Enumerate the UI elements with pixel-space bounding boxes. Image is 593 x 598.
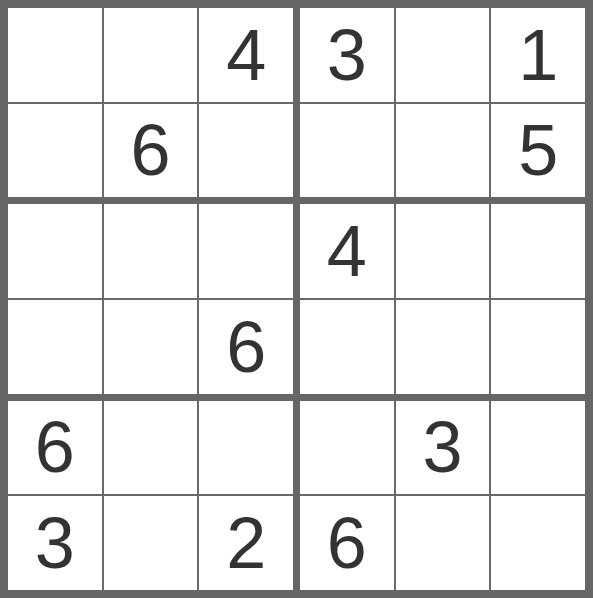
cell-r2c2[interactable]: 6 <box>104 104 198 198</box>
cell-r4c5[interactable] <box>396 300 490 394</box>
sudoku-board: 46 315 6 4 632 36 <box>0 0 593 598</box>
box-r3c2: 36 <box>300 401 585 590</box>
cell-r3c6[interactable] <box>491 204 585 298</box>
cell-r1c5[interactable] <box>396 8 490 102</box>
cell-r6c3[interactable]: 2 <box>199 496 293 590</box>
cell-r2c5[interactable] <box>396 104 490 198</box>
cell-r2c6[interactable]: 5 <box>491 104 585 198</box>
cell-r6c1[interactable]: 3 <box>8 496 102 590</box>
cell-r4c6[interactable] <box>491 300 585 394</box>
cell-r3c4[interactable]: 4 <box>300 204 394 298</box>
cell-r3c5[interactable] <box>396 204 490 298</box>
cell-r5c5[interactable]: 3 <box>396 401 490 495</box>
cell-r4c1[interactable] <box>8 300 102 394</box>
box-r2c1: 6 <box>8 204 293 393</box>
cell-r4c3[interactable]: 6 <box>199 300 293 394</box>
cell-r6c5[interactable] <box>396 496 490 590</box>
cell-r3c1[interactable] <box>8 204 102 298</box>
cell-r5c4[interactable] <box>300 401 394 495</box>
cell-r4c4[interactable] <box>300 300 394 394</box>
cell-r5c3[interactable] <box>199 401 293 495</box>
box-r3c1: 632 <box>8 401 293 590</box>
cell-r3c2[interactable] <box>104 204 198 298</box>
box-r2c2: 4 <box>300 204 585 393</box>
cell-r3c3[interactable] <box>199 204 293 298</box>
cell-r5c1[interactable]: 6 <box>8 401 102 495</box>
cell-r6c4[interactable]: 6 <box>300 496 394 590</box>
cell-r1c1[interactable] <box>8 8 102 102</box>
box-r1c1: 46 <box>8 8 293 197</box>
cell-r2c1[interactable] <box>8 104 102 198</box>
cell-r6c2[interactable] <box>104 496 198 590</box>
cell-r4c2[interactable] <box>104 300 198 394</box>
cell-r1c4[interactable]: 3 <box>300 8 394 102</box>
box-r1c2: 315 <box>300 8 585 197</box>
cell-r2c3[interactable] <box>199 104 293 198</box>
cell-r5c6[interactable] <box>491 401 585 495</box>
cell-r1c6[interactable]: 1 <box>491 8 585 102</box>
cell-r1c2[interactable] <box>104 8 198 102</box>
cell-r2c4[interactable] <box>300 104 394 198</box>
cell-r5c2[interactable] <box>104 401 198 495</box>
cell-r6c6[interactable] <box>491 496 585 590</box>
cell-r1c3[interactable]: 4 <box>199 8 293 102</box>
